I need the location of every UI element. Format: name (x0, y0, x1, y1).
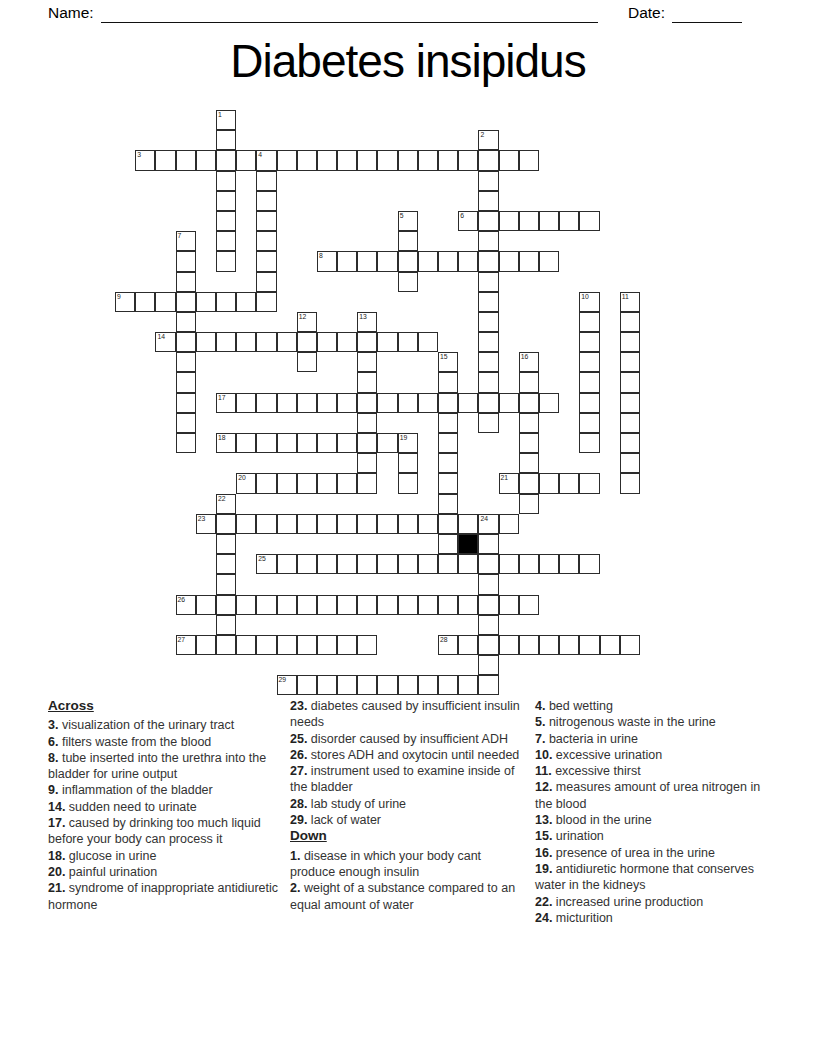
grid-cell[interactable] (438, 372, 458, 392)
grid-cell[interactable] (297, 635, 317, 655)
grid-cell[interactable] (357, 393, 377, 413)
grid-cell[interactable] (458, 514, 478, 534)
grid-cell[interactable] (519, 473, 539, 493)
grid-cell[interactable]: 4 (256, 150, 276, 170)
grid-cell[interactable] (256, 211, 276, 231)
grid-cell[interactable]: 2 (478, 130, 498, 150)
grid-cell[interactable]: 19 (398, 433, 418, 453)
grid-cell[interactable] (478, 251, 498, 271)
grid-cell[interactable]: 7 (176, 231, 196, 251)
grid-cell[interactable] (357, 413, 377, 433)
grid-cell[interactable] (539, 211, 559, 231)
grid-cell[interactable] (256, 595, 276, 615)
grid-cell[interactable]: 29 (277, 675, 297, 695)
grid-cell[interactable] (478, 574, 498, 594)
clue-number-label: 20. (48, 865, 65, 879)
grid-cell[interactable] (499, 393, 519, 413)
grid-cell[interactable] (216, 171, 236, 191)
grid-cell[interactable] (317, 554, 337, 574)
down-clue-7: 7. bacteria in urine (535, 731, 768, 747)
grid-cell[interactable] (438, 554, 458, 574)
cell-number: 16 (521, 353, 529, 361)
cell-number: 28 (440, 636, 448, 644)
grid-cell[interactable] (478, 191, 498, 211)
grid-cell[interactable] (620, 433, 640, 453)
grid-cell[interactable]: 16 (519, 352, 539, 372)
across-clue-27: 27. instrument used to examine inside of… (290, 763, 527, 796)
grid-cell[interactable]: 9 (115, 292, 135, 312)
grid-cell[interactable] (478, 595, 498, 615)
grid-cell[interactable] (357, 251, 377, 271)
grid-cell[interactable] (357, 473, 377, 493)
grid-cell[interactable]: 15 (438, 352, 458, 372)
grid-cell[interactable] (559, 554, 579, 574)
grid-cell[interactable] (519, 554, 539, 574)
grid-cell[interactable] (155, 292, 175, 312)
grid-cell[interactable] (155, 150, 175, 170)
grid-cell[interactable] (499, 150, 519, 170)
grid-cell[interactable] (256, 514, 276, 534)
grid-cell[interactable] (398, 595, 418, 615)
date-blank-line[interactable] (672, 8, 742, 23)
grid-cell[interactable] (398, 251, 418, 271)
grid-cell[interactable] (478, 272, 498, 292)
grid-cell[interactable] (438, 534, 458, 554)
grid-cell[interactable] (357, 150, 377, 170)
grid-cell[interactable] (357, 453, 377, 473)
grid-cell[interactable] (317, 332, 337, 352)
grid-cell[interactable] (377, 332, 397, 352)
grid-cell[interactable] (236, 393, 256, 413)
grid-cell[interactable] (377, 675, 397, 695)
grid-cell[interactable] (176, 312, 196, 332)
grid-cell[interactable] (256, 292, 276, 312)
grid-cell[interactable] (499, 554, 519, 574)
grid-cell[interactable] (579, 635, 599, 655)
cell-number: 21 (501, 474, 509, 482)
grid-cell[interactable] (438, 494, 458, 514)
grid-cell[interactable]: 18 (216, 433, 236, 453)
grid-cell[interactable] (277, 473, 297, 493)
grid-cell[interactable] (478, 554, 498, 574)
grid-cell[interactable] (398, 231, 418, 251)
grid-cell[interactable] (478, 635, 498, 655)
grid-cell[interactable] (256, 272, 276, 292)
grid-cell[interactable] (418, 595, 438, 615)
grid-cell[interactable] (418, 150, 438, 170)
grid-cell[interactable] (398, 554, 418, 574)
grid-cell[interactable] (216, 554, 236, 574)
grid-cell[interactable] (176, 292, 196, 312)
grid-cell[interactable] (377, 433, 397, 453)
grid-cell[interactable] (337, 473, 357, 493)
grid-cell[interactable] (216, 292, 236, 312)
grid-cell[interactable] (620, 352, 640, 372)
grid-cell[interactable] (620, 635, 640, 655)
grid-cell[interactable] (539, 635, 559, 655)
grid-cell[interactable] (337, 595, 357, 615)
grid-cell[interactable] (519, 413, 539, 433)
grid-cell[interactable] (357, 675, 377, 695)
grid-cell[interactable] (438, 393, 458, 413)
grid-cell[interactable] (256, 635, 276, 655)
grid-cell[interactable] (478, 413, 498, 433)
clue-number-label: 5. (535, 715, 545, 729)
grid-cell[interactable] (418, 554, 438, 574)
grid-cell[interactable] (377, 595, 397, 615)
grid-cell[interactable] (236, 292, 256, 312)
grid-cell[interactable] (216, 211, 236, 231)
grid-cell[interactable] (196, 635, 216, 655)
grid-cell[interactable] (216, 231, 236, 251)
grid-cell[interactable] (277, 635, 297, 655)
grid-cell[interactable] (297, 433, 317, 453)
grid-cell[interactable] (317, 595, 337, 615)
grid-cell[interactable] (297, 332, 317, 352)
grid-cell[interactable] (176, 393, 196, 413)
grid-cell[interactable] (216, 595, 236, 615)
grid-cell[interactable] (620, 473, 640, 493)
grid-cell[interactable] (559, 635, 579, 655)
grid-cell[interactable] (519, 433, 539, 453)
grid-cell[interactable] (458, 554, 478, 574)
grid-cell[interactable] (256, 191, 276, 211)
down-clue-10: 10. excessive urination (535, 747, 768, 763)
down-clue-4: 4. bed wetting (535, 698, 768, 714)
cell-number: 13 (359, 313, 367, 321)
grid-cell[interactable] (519, 211, 539, 231)
grid-cell[interactable] (539, 251, 559, 271)
grid-cell[interactable] (216, 332, 236, 352)
grid-cell[interactable] (236, 635, 256, 655)
grid-cell[interactable] (478, 534, 498, 554)
grid-cell[interactable] (337, 635, 357, 655)
grid-cell[interactable] (337, 150, 357, 170)
grid-cell[interactable]: 22 (216, 494, 236, 514)
grid-cell[interactable] (297, 473, 317, 493)
grid-cell[interactable] (236, 514, 256, 534)
grid-cell[interactable] (277, 554, 297, 574)
grid-cell[interactable] (579, 554, 599, 574)
grid-cell[interactable] (236, 433, 256, 453)
grid-cell[interactable] (337, 393, 357, 413)
black-cell (458, 534, 478, 554)
grid-cell[interactable] (196, 332, 216, 352)
grid-cell[interactable] (297, 352, 317, 372)
grid-cell[interactable] (216, 534, 236, 554)
grid-cell[interactable] (519, 150, 539, 170)
cell-number: 3 (137, 151, 141, 159)
grid-cell[interactable]: 10 (579, 292, 599, 312)
grid-cell[interactable] (579, 433, 599, 453)
grid-cell[interactable] (277, 393, 297, 413)
cell-number: 1 (218, 111, 222, 119)
grid-cell[interactable] (176, 272, 196, 292)
grid-cell[interactable] (438, 514, 458, 534)
cell-number: 26 (178, 596, 186, 604)
grid-cell[interactable] (337, 675, 357, 695)
grid-cell[interactable] (256, 231, 276, 251)
grid-cell[interactable] (277, 433, 297, 453)
grid-cell[interactable]: 21 (499, 473, 519, 493)
clue-number-label: 19. (535, 862, 552, 876)
grid-cell[interactable] (620, 453, 640, 473)
grid-cell[interactable] (539, 554, 559, 574)
grid-cell[interactable] (438, 453, 458, 473)
grid-cell[interactable] (519, 494, 539, 514)
grid-cell[interactable] (478, 655, 498, 675)
grid-cell[interactable] (196, 292, 216, 312)
grid-cell[interactable] (216, 130, 236, 150)
grid-cell[interactable] (478, 171, 498, 191)
clue-number-label: 14. (48, 800, 65, 814)
grid-cell[interactable] (196, 595, 216, 615)
grid-cell[interactable] (478, 312, 498, 332)
grid-cell[interactable] (256, 473, 276, 493)
grid-cell[interactable] (317, 514, 337, 534)
grid-cell[interactable] (559, 473, 579, 493)
grid-cell[interactable] (519, 635, 539, 655)
grid-cell[interactable] (297, 595, 317, 615)
cell-number: 19 (400, 434, 408, 442)
grid-cell[interactable] (277, 150, 297, 170)
grid-cell[interactable] (438, 473, 458, 493)
grid-cell[interactable] (499, 211, 519, 231)
grid-cell[interactable]: 14 (155, 332, 175, 352)
grid-cell[interactable] (236, 150, 256, 170)
grid-cell[interactable] (559, 211, 579, 231)
grid-cell[interactable]: 5 (398, 211, 418, 231)
grid-cell[interactable] (317, 433, 337, 453)
grid-cell[interactable] (337, 433, 357, 453)
grid-cell[interactable] (398, 150, 418, 170)
down-clue-13: 13. blood in the urine (535, 812, 768, 828)
grid-cell[interactable] (176, 352, 196, 372)
grid-cell[interactable] (418, 393, 438, 413)
grid-cell[interactable] (176, 150, 196, 170)
grid-cell[interactable] (478, 352, 498, 372)
name-blank-line[interactable] (101, 8, 598, 23)
grid-cell[interactable] (398, 393, 418, 413)
grid-cell[interactable] (418, 514, 438, 534)
grid-cell[interactable] (539, 473, 559, 493)
grid-cell[interactable] (135, 292, 155, 312)
grid-cell[interactable] (297, 514, 317, 534)
grid-cell[interactable] (216, 150, 236, 170)
grid-cell[interactable] (438, 150, 458, 170)
grid-cell[interactable] (256, 393, 276, 413)
grid-cell[interactable] (216, 574, 236, 594)
grid-cell[interactable] (277, 595, 297, 615)
grid-cell[interactable] (478, 615, 498, 635)
grid-cell[interactable] (236, 332, 256, 352)
grid-cell[interactable] (377, 554, 397, 574)
grid-cell[interactable] (418, 675, 438, 695)
grid-cell[interactable] (216, 615, 236, 635)
grid-cell[interactable] (458, 635, 478, 655)
grid-cell[interactable] (478, 393, 498, 413)
cell-number: 17 (218, 394, 226, 402)
grid-cell[interactable] (438, 675, 458, 695)
grid-cell[interactable]: 24 (478, 514, 498, 534)
grid-cell[interactable] (458, 595, 478, 615)
cell-number: 20 (238, 474, 246, 482)
grid-cell[interactable] (499, 251, 519, 271)
grid-cell[interactable] (398, 453, 418, 473)
grid-cell[interactable] (579, 211, 599, 231)
across-clue-3: 3. visualization of the urinary tract (48, 717, 288, 733)
grid-cell[interactable] (317, 635, 337, 655)
grid-cell[interactable] (478, 332, 498, 352)
grid-cell[interactable] (398, 514, 418, 534)
grid-cell[interactable] (377, 150, 397, 170)
grid-cell[interactable] (579, 473, 599, 493)
grid-cell[interactable] (256, 251, 276, 271)
grid-cell[interactable] (458, 393, 478, 413)
grid-cell[interactable] (256, 171, 276, 191)
clue-number-label: 15. (535, 829, 552, 843)
grid-cell[interactable] (418, 332, 438, 352)
grid-cell[interactable] (398, 473, 418, 493)
grid-cell[interactable] (438, 433, 458, 453)
grid-cell[interactable]: 20 (236, 473, 256, 493)
grid-cell[interactable] (277, 514, 297, 534)
grid-cell[interactable] (539, 393, 559, 413)
grid-cell[interactable]: 28 (438, 635, 458, 655)
grid-cell[interactable] (620, 372, 640, 392)
grid-cell[interactable] (337, 514, 357, 534)
grid-cell[interactable] (499, 595, 519, 615)
grid-cell[interactable] (357, 554, 377, 574)
grid-cell[interactable] (478, 675, 498, 695)
grid-cell[interactable] (277, 332, 297, 352)
grid-cell[interactable] (236, 595, 256, 615)
grid-cell[interactable] (620, 312, 640, 332)
grid-cell[interactable] (337, 554, 357, 574)
grid-cell[interactable] (377, 251, 397, 271)
grid-cell[interactable] (297, 393, 317, 413)
grid-cell[interactable] (398, 272, 418, 292)
grid-cell[interactable]: 13 (357, 312, 377, 332)
grid-cell[interactable] (478, 150, 498, 170)
grid-cell[interactable]: 25 (256, 554, 276, 574)
grid-cell[interactable] (196, 150, 216, 170)
grid-cell[interactable] (337, 251, 357, 271)
grid-cell[interactable] (377, 393, 397, 413)
grid-cell[interactable] (176, 332, 196, 352)
grid-cell[interactable] (418, 251, 438, 271)
grid-cell[interactable] (176, 413, 196, 433)
grid-cell[interactable] (398, 675, 418, 695)
grid-cell[interactable]: 11 (620, 292, 640, 312)
grid-cell[interactable] (357, 332, 377, 352)
grid-cell[interactable]: 3 (135, 150, 155, 170)
grid-cell[interactable] (478, 292, 498, 312)
grid-cell[interactable] (216, 514, 236, 534)
grid-cell[interactable] (519, 393, 539, 413)
grid-cell[interactable] (256, 433, 276, 453)
grid-cell[interactable] (357, 635, 377, 655)
grid-cell[interactable]: 6 (458, 211, 478, 231)
grid-cell[interactable]: 17 (216, 393, 236, 413)
grid-cell[interactable] (478, 372, 498, 392)
grid-cell[interactable] (620, 332, 640, 352)
grid-cell[interactable] (458, 150, 478, 170)
grid-cell[interactable] (256, 332, 276, 352)
grid-cell[interactable] (499, 635, 519, 655)
grid-cell[interactable] (357, 514, 377, 534)
grid-cell[interactable] (519, 595, 539, 615)
grid-cell[interactable] (317, 150, 337, 170)
grid-cell[interactable] (176, 251, 196, 271)
grid-cell[interactable] (519, 251, 539, 271)
grid-cell[interactable] (357, 433, 377, 453)
grid-cell[interactable]: 23 (196, 514, 216, 534)
grid-cell[interactable] (337, 332, 357, 352)
grid-cell[interactable]: 27 (176, 635, 196, 655)
grid-cell[interactable] (317, 393, 337, 413)
grid-cell[interactable] (398, 332, 418, 352)
grid-cell[interactable] (458, 675, 478, 695)
cell-number: 27 (178, 636, 186, 644)
grid-cell[interactable] (579, 413, 599, 433)
grid-cell[interactable] (357, 372, 377, 392)
grid-cell[interactable] (357, 595, 377, 615)
grid-cell[interactable] (478, 211, 498, 231)
grid-cell[interactable] (377, 514, 397, 534)
grid-cell[interactable]: 8 (317, 251, 337, 271)
grid-cell[interactable] (216, 635, 236, 655)
grid-cell[interactable] (620, 413, 640, 433)
grid-cell[interactable] (297, 150, 317, 170)
grid-cell[interactable] (579, 332, 599, 352)
grid-cell[interactable] (297, 675, 317, 695)
grid-cell[interactable] (478, 231, 498, 251)
grid-cell[interactable]: 12 (297, 312, 317, 332)
grid-cell[interactable] (438, 413, 458, 433)
grid-cell[interactable] (579, 312, 599, 332)
down-clue-2: 2. weight of a substance compared to an … (290, 880, 527, 913)
cell-number: 18 (218, 434, 226, 442)
cell-number: 11 (622, 293, 629, 301)
grid-cell[interactable] (458, 251, 478, 271)
grid-cell[interactable] (357, 352, 377, 372)
grid-cell[interactable] (579, 372, 599, 392)
grid-cell[interactable] (499, 514, 519, 534)
grid-cell[interactable] (216, 251, 236, 271)
grid-cell[interactable] (438, 251, 458, 271)
grid-cell[interactable] (438, 595, 458, 615)
grid-cell[interactable] (620, 393, 640, 413)
grid-cell[interactable] (579, 393, 599, 413)
grid-cell[interactable]: 26 (176, 595, 196, 615)
grid-cell[interactable] (600, 635, 620, 655)
grid-cell[interactable] (297, 554, 317, 574)
clue-number-label: 12. (535, 780, 552, 794)
grid-cell[interactable] (579, 352, 599, 372)
grid-cell[interactable] (216, 191, 236, 211)
grid-cell[interactable]: 1 (216, 110, 236, 130)
down-clue-12: 12. measures amount of urea nitrogen in … (535, 779, 768, 812)
grid-cell[interactable] (317, 473, 337, 493)
across-clue-25: 25. disorder caused by insufficient ADH (290, 731, 527, 747)
grid-cell[interactable] (176, 433, 196, 453)
grid-cell[interactable] (317, 675, 337, 695)
grid-cell[interactable] (176, 372, 196, 392)
grid-cell[interactable] (519, 453, 539, 473)
across-clue-6: 6. filters waste from the blood (48, 734, 288, 750)
grid-cell[interactable] (519, 372, 539, 392)
